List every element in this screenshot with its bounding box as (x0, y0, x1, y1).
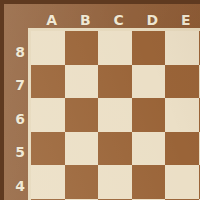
square-b6 (65, 98, 99, 132)
file-label-top-e: E (181, 13, 191, 27)
square-b7 (65, 65, 99, 99)
square-f3 (199, 199, 201, 201)
square-c3 (98, 199, 132, 201)
file-label-top-b: B (80, 13, 91, 27)
square-f5 (199, 132, 201, 166)
square-d4 (132, 165, 166, 199)
square-f4 (199, 165, 201, 199)
square-c7 (98, 65, 132, 99)
square-a8 (31, 31, 65, 65)
square-a4 (31, 165, 65, 199)
chess-board: AA88BB77CC66DD55EE44FF33GG22HH11 (0, 0, 200, 200)
square-f7 (199, 65, 201, 99)
file-label-top-a: A (46, 13, 57, 27)
square-c6 (98, 98, 132, 132)
square-e5 (165, 132, 199, 166)
rank-label-left-4: 4 (15, 179, 25, 193)
square-c4 (98, 165, 132, 199)
square-d3 (132, 199, 166, 201)
file-label-top-c: C (114, 13, 124, 27)
playing-field (28, 28, 200, 200)
square-a7 (31, 65, 65, 99)
square-b8 (65, 31, 99, 65)
square-c8 (98, 31, 132, 65)
rank-label-left-5: 5 (15, 145, 25, 159)
rank-label-left-7: 7 (15, 78, 25, 92)
square-c5 (98, 132, 132, 166)
file-label-top-d: D (146, 13, 158, 27)
square-e7 (165, 65, 199, 99)
square-e4 (165, 165, 199, 199)
square-a6 (31, 98, 65, 132)
square-b5 (65, 132, 99, 166)
rank-label-left-8: 8 (15, 45, 25, 59)
rank-label-left-6: 6 (15, 112, 25, 126)
square-d7 (132, 65, 166, 99)
square-e8 (165, 31, 199, 65)
board-frame (4, 4, 200, 200)
square-d5 (132, 132, 166, 166)
chessboard-product-photo: AA88BB77CC66DD55EE44FF33GG22HH11 (0, 0, 200, 200)
square-e3 (165, 199, 199, 201)
square-b3 (65, 199, 99, 201)
square-f6 (199, 98, 201, 132)
square-f8 (199, 31, 201, 65)
square-a5 (31, 132, 65, 166)
square-a3 (31, 199, 65, 201)
square-b4 (65, 165, 99, 199)
square-e6 (165, 98, 199, 132)
square-d6 (132, 98, 166, 132)
square-d8 (132, 31, 166, 65)
